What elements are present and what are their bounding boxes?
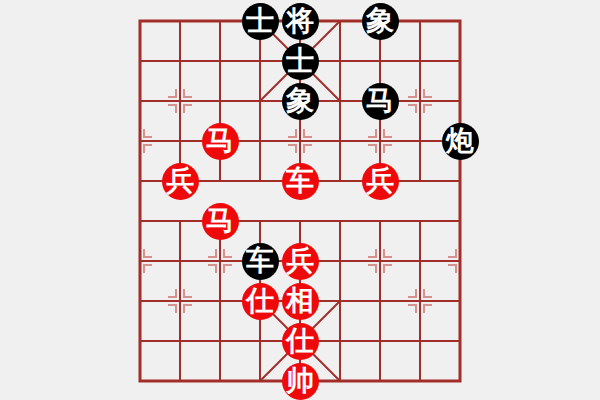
piece-red-advisor[interactable]: 仕	[242, 283, 279, 320]
piece-black-advisor[interactable]: 士	[282, 43, 319, 80]
piece-red-horse[interactable]: 马	[202, 203, 239, 240]
piece-red-pawn[interactable]: 兵	[282, 243, 319, 280]
piece-red-pawn[interactable]: 兵	[162, 163, 199, 200]
piece-black-advisor[interactable]: 士	[242, 3, 279, 40]
piece-red-pawn[interactable]: 兵	[362, 163, 399, 200]
piece-black-general[interactable]: 将	[282, 3, 319, 40]
piece-red-advisor[interactable]: 仕	[282, 323, 319, 360]
xiangqi-board: 士将象士象马马炮兵车兵马车兵仕相仕帅	[0, 0, 600, 400]
piece-red-horse[interactable]: 马	[202, 123, 239, 160]
piece-grid: 士将象士象马马炮兵车兵马车兵仕相仕帅	[120, 1, 480, 400]
piece-black-horse[interactable]: 马	[362, 83, 399, 120]
piece-black-cannon[interactable]: 炮	[442, 123, 479, 160]
piece-red-chariot[interactable]: 车	[282, 163, 319, 200]
piece-black-elephant[interactable]: 象	[362, 3, 399, 40]
piece-black-elephant[interactable]: 象	[282, 83, 319, 120]
piece-black-chariot[interactable]: 车	[242, 243, 279, 280]
piece-red-general[interactable]: 帅	[282, 363, 319, 400]
piece-red-elephant[interactable]: 相	[282, 283, 319, 320]
